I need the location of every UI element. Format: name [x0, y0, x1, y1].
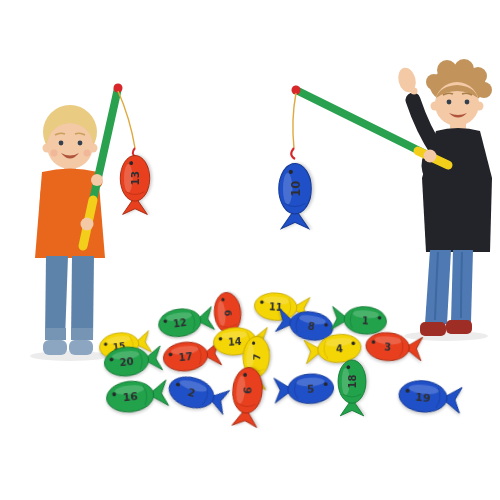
- fishing-line-left: [118, 91, 135, 148]
- fishing-game-scene: 1520121716911147826514183191310: [0, 0, 500, 500]
- fish-number: 10: [289, 181, 303, 197]
- pond-fish[interactable]: 6: [230, 366, 264, 427]
- pond-fish[interactable]: 19: [398, 378, 463, 415]
- fish-number: 12: [172, 317, 187, 330]
- fish-number: 19: [415, 390, 432, 405]
- fish-number: 7: [251, 353, 262, 360]
- left-child-jeans: [45, 256, 68, 340]
- fish-number: 18: [347, 375, 358, 389]
- fish-number: 14: [228, 336, 242, 348]
- fish-number: 6: [241, 386, 254, 394]
- left-child: [35, 105, 105, 355]
- pond-fish[interactable]: 12: [157, 305, 215, 340]
- fish-number: 4: [335, 343, 343, 355]
- fish-number: 5: [307, 383, 315, 395]
- right-child-shoe: [420, 322, 446, 336]
- pond-fish[interactable]: 17: [162, 339, 222, 373]
- fish-eye: [129, 161, 133, 165]
- fish-number: 17: [178, 351, 193, 363]
- pond-fish[interactable]: 2: [166, 372, 231, 417]
- fishing-line-right: [293, 93, 296, 148]
- caught-fish-left-rod[interactable]: 13: [120, 156, 149, 215]
- fish-number: 16: [122, 390, 138, 404]
- fish-eye: [289, 170, 293, 174]
- left-child-hand-lower: [81, 218, 94, 231]
- pond-fish[interactable]: 18: [338, 360, 366, 416]
- right-child-rod-hand: [424, 150, 437, 163]
- pond-fish[interactable]: 5: [274, 373, 334, 405]
- fish-number: 1: [361, 315, 369, 326]
- fish-number: 9: [222, 309, 234, 316]
- caught-fish-right-rod[interactable]: 10: [279, 164, 312, 229]
- left-child-hand-upper: [91, 174, 103, 186]
- fish-number: 13: [129, 171, 141, 186]
- fish-layer: 1520121716911147826514183191310: [98, 156, 463, 428]
- fish-number: 3: [384, 341, 392, 352]
- fish-number: 20: [119, 356, 134, 368]
- right-child: [396, 59, 492, 336]
- fishing-lines: [118, 91, 296, 159]
- fish-eye: [347, 365, 351, 369]
- pond-fish[interactable]: 16: [105, 378, 169, 415]
- pond-fish[interactable]: 1: [331, 304, 387, 335]
- left-child-sock: [43, 340, 67, 355]
- left-child-face: [47, 123, 93, 169]
- hook-right: [291, 148, 295, 159]
